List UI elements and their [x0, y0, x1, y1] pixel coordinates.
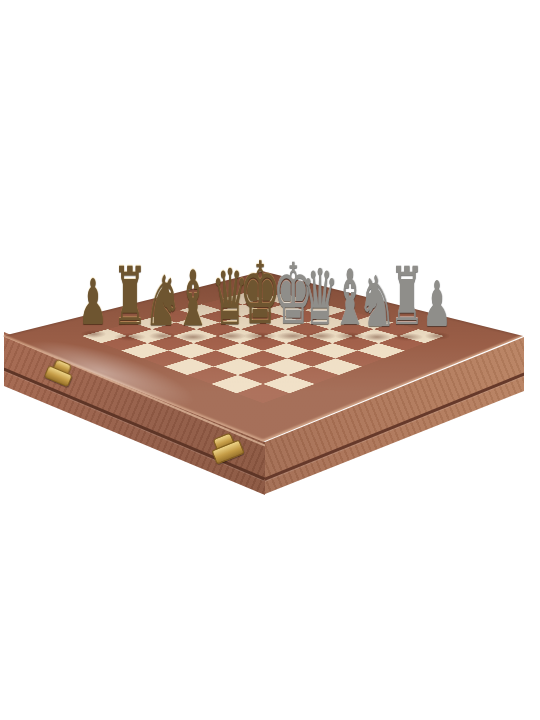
piece-contact-shadow: [391, 333, 423, 341]
piece-contact-shadow: [335, 332, 365, 340]
piece-contact-shadow: [363, 333, 391, 341]
piece-contact-shadow: [149, 332, 177, 340]
pieces-layer: ♟♜♞♝♛♚♚♛♝♞♜♟: [0, 0, 540, 720]
piece-contact-shadow: [305, 332, 336, 340]
piece-contact-shadow: [178, 333, 208, 341]
piece-silver-pawn: ♟: [422, 273, 451, 336]
piece-brass-bishop: ♝: [175, 261, 210, 337]
piece-silver-rook: ♜: [390, 257, 424, 337]
piece-contact-shadow: [215, 332, 246, 340]
piece-contact-shadow: [243, 332, 277, 340]
piece-brass-pawn: ♟: [78, 271, 107, 334]
piece-contact-shadow: [114, 333, 146, 341]
piece-brass-rook: ♜: [113, 257, 147, 337]
piece-contact-shadow: [81, 330, 106, 338]
piece-contact-shadow: [425, 332, 450, 340]
product-photo: ♟♜♞♝♛♚♚♛♝♞♜♟: [0, 0, 540, 720]
